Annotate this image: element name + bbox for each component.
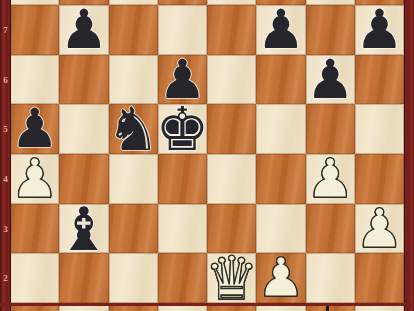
board-left-border [0, 0, 11, 311]
black-bishop[interactable]: ♝ [57, 199, 111, 259]
black-pawn[interactable]: ♟ [60, 3, 108, 57]
square-c5[interactable]: ♞ [109, 104, 158, 154]
square-c3[interactable] [109, 204, 158, 254]
rank-label-4: 4 [1, 174, 10, 184]
white-pawn[interactable]: ♟ [257, 251, 305, 305]
square-a7[interactable] [10, 5, 59, 55]
square-f5[interactable] [256, 104, 305, 154]
square-h6[interactable] [355, 55, 404, 105]
bottom-separator-line [0, 303, 414, 306]
square-e7[interactable] [207, 5, 256, 55]
square-f2[interactable]: ♟ [256, 253, 305, 303]
square-h2[interactable] [355, 253, 404, 303]
square-g4[interactable]: ♟ [306, 154, 355, 204]
white-pawn[interactable]: ♟ [306, 152, 354, 206]
square-h3[interactable]: ♟ [355, 204, 404, 254]
white-queen[interactable]: ♛ [205, 248, 259, 308]
rank-label-2: 2 [1, 273, 10, 283]
cropped-piece-fragment [326, 306, 329, 311]
white-pawn[interactable]: ♟ [355, 202, 403, 256]
black-knight[interactable]: ♞ [106, 99, 160, 159]
square-b5[interactable] [59, 104, 108, 154]
square-e5[interactable] [207, 104, 256, 154]
black-pawn[interactable]: ♟ [306, 53, 354, 107]
rank-label-3: 3 [1, 224, 10, 234]
chess-diagram: ♟♟♟♟♟♟♞♚♟♟♝♟♛♟ 765432 [0, 0, 414, 311]
square-a4[interactable]: ♟ [10, 154, 59, 204]
square-h5[interactable] [355, 104, 404, 154]
chess-board: ♟♟♟♟♟♟♞♚♟♟♝♟♛♟ [10, 0, 404, 311]
square-g2[interactable] [306, 253, 355, 303]
board-right-border [404, 0, 414, 311]
square-g6[interactable]: ♟ [306, 55, 355, 105]
white-pawn[interactable]: ♟ [10, 152, 58, 206]
square-b6[interactable] [59, 55, 108, 105]
square-f4[interactable] [256, 154, 305, 204]
black-king[interactable]: ♚ [155, 99, 209, 159]
square-c2[interactable] [109, 253, 158, 303]
rank-label-7: 7 [1, 25, 10, 35]
square-d3[interactable] [158, 204, 207, 254]
square-e2[interactable]: ♛ [207, 253, 256, 303]
square-c7[interactable] [109, 5, 158, 55]
square-g3[interactable] [306, 204, 355, 254]
black-pawn[interactable]: ♟ [355, 3, 403, 57]
square-a2[interactable] [10, 253, 59, 303]
square-e4[interactable] [207, 154, 256, 204]
square-d5[interactable]: ♚ [158, 104, 207, 154]
square-f7[interactable]: ♟ [256, 5, 305, 55]
square-a3[interactable] [10, 204, 59, 254]
square-f6[interactable] [256, 55, 305, 105]
rank-label-5: 5 [1, 124, 10, 134]
rank-label-6: 6 [1, 75, 10, 85]
square-e6[interactable] [207, 55, 256, 105]
square-b3[interactable]: ♝ [59, 204, 108, 254]
square-d2[interactable] [158, 253, 207, 303]
square-b7[interactable]: ♟ [59, 5, 108, 55]
square-h7[interactable]: ♟ [355, 5, 404, 55]
black-pawn[interactable]: ♟ [257, 3, 305, 57]
